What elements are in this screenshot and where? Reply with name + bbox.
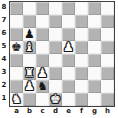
square-d5[interactable]	[49, 41, 62, 54]
square-f8[interactable]	[75, 2, 88, 15]
square-a4[interactable]	[10, 54, 23, 67]
square-d3[interactable]	[49, 67, 62, 80]
file-label-a: a	[10, 106, 23, 117]
square-f1[interactable]	[75, 93, 88, 106]
square-h7[interactable]	[101, 15, 114, 28]
square-g1[interactable]	[88, 93, 101, 106]
square-a1[interactable]: ♞	[10, 93, 23, 106]
square-h8[interactable]	[101, 2, 114, 15]
white-pawn-e5: ♟	[63, 41, 74, 54]
chess-board: ♟♚♝♟♜♟♟♞♞♚	[9, 1, 115, 107]
square-f3[interactable]	[75, 67, 88, 80]
file-label-c: c	[36, 106, 49, 117]
file-label-b: b	[23, 106, 36, 117]
rank-label-8: 8	[0, 1, 8, 14]
square-e7[interactable]	[62, 15, 75, 28]
square-e3[interactable]	[62, 67, 75, 80]
square-f2[interactable]	[75, 80, 88, 93]
file-label-h: h	[101, 106, 114, 117]
black-king-a5: ♚	[11, 41, 22, 54]
rank-label-5: 5	[0, 40, 8, 53]
rank-label-3: 3	[0, 66, 8, 79]
square-b8[interactable]	[23, 2, 36, 15]
square-e5[interactable]: ♟	[62, 41, 75, 54]
square-d1[interactable]: ♚	[49, 93, 62, 106]
square-h6[interactable]	[101, 28, 114, 41]
square-b1[interactable]	[23, 93, 36, 106]
square-a7[interactable]	[10, 15, 23, 28]
square-c5[interactable]	[36, 41, 49, 54]
square-b2[interactable]: ♟	[23, 80, 36, 93]
square-e8[interactable]	[62, 2, 75, 15]
square-b5[interactable]: ♝	[23, 41, 36, 54]
square-h5[interactable]	[101, 41, 114, 54]
square-c2[interactable]: ♞	[36, 80, 49, 93]
square-e1[interactable]	[62, 93, 75, 106]
square-g5[interactable]	[88, 41, 101, 54]
square-d8[interactable]	[49, 2, 62, 15]
square-c6[interactable]	[36, 28, 49, 41]
square-h4[interactable]	[101, 54, 114, 67]
rank-label-1: 1	[0, 92, 8, 105]
white-bishop-b5: ♝	[24, 41, 35, 54]
square-a5[interactable]: ♚	[10, 41, 23, 54]
file-label-f: f	[75, 106, 88, 117]
rank-label-2: 2	[0, 79, 8, 92]
rank-label-4: 4	[0, 53, 8, 66]
square-h2[interactable]	[101, 80, 114, 93]
square-c8[interactable]	[36, 2, 49, 15]
black-knight-c2: ♞	[37, 80, 48, 93]
rank-label-7: 7	[0, 14, 8, 27]
square-h3[interactable]	[101, 67, 114, 80]
square-f6[interactable]	[75, 28, 88, 41]
square-g6[interactable]	[88, 28, 101, 41]
rank-label-6: 6	[0, 27, 8, 40]
square-d7[interactable]	[49, 15, 62, 28]
rank-labels: 87654321	[0, 1, 8, 105]
square-f4[interactable]	[75, 54, 88, 67]
square-e4[interactable]	[62, 54, 75, 67]
square-g4[interactable]	[88, 54, 101, 67]
square-g8[interactable]	[88, 2, 101, 15]
square-f7[interactable]	[75, 15, 88, 28]
square-c1[interactable]	[36, 93, 49, 106]
square-g7[interactable]	[88, 15, 101, 28]
square-d6[interactable]	[49, 28, 62, 41]
file-label-e: e	[62, 106, 75, 117]
file-labels: abcdefgh	[10, 106, 114, 117]
white-pawn-b2: ♟	[24, 80, 35, 93]
square-h1[interactable]	[101, 93, 114, 106]
square-g3[interactable]	[88, 67, 101, 80]
chess-diagram: 87654321 ♟♚♝♟♜♟♟♞♞♚ abcdefgh	[0, 0, 118, 118]
square-a8[interactable]	[10, 2, 23, 15]
file-label-g: g	[88, 106, 101, 117]
square-c7[interactable]	[36, 15, 49, 28]
white-knight-a1: ♞	[11, 93, 22, 106]
square-a3[interactable]	[10, 67, 23, 80]
square-g2[interactable]	[88, 80, 101, 93]
square-e2[interactable]	[62, 80, 75, 93]
file-label-d: d	[49, 106, 62, 117]
square-f5[interactable]	[75, 41, 88, 54]
square-d4[interactable]	[49, 54, 62, 67]
white-king-d1: ♚	[50, 93, 61, 106]
